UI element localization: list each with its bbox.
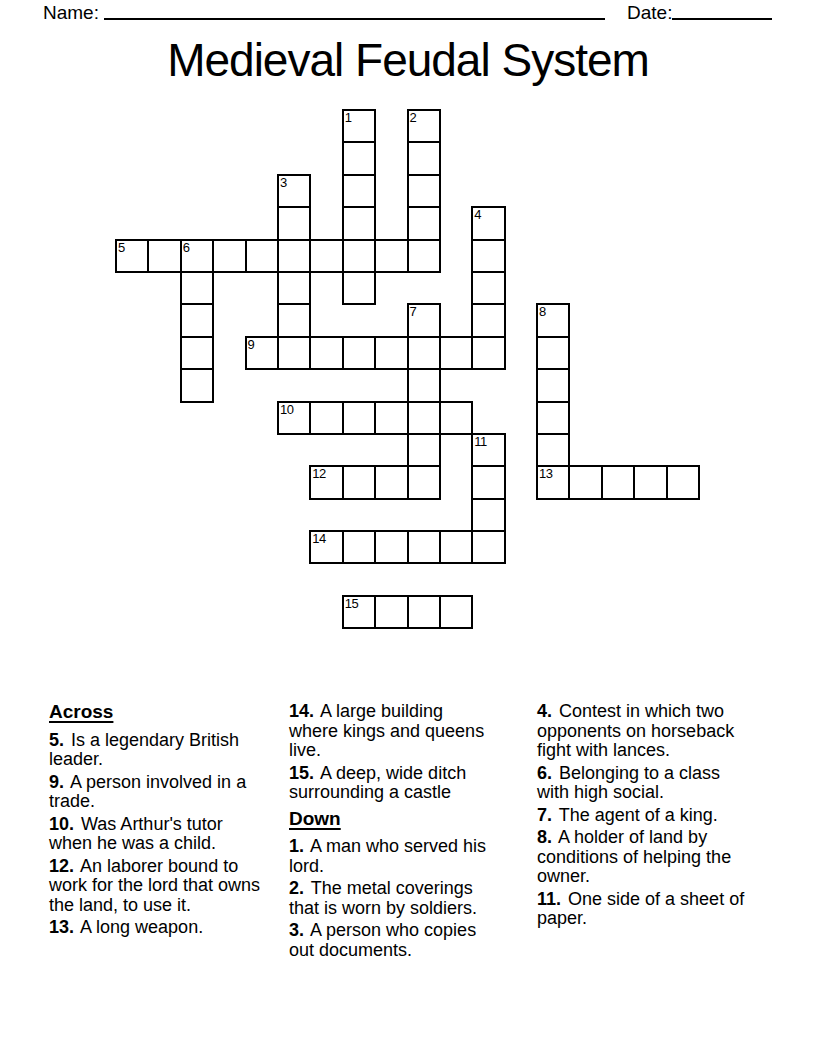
cell-r3c7[interactable]: [343, 207, 375, 239]
cell-r4c8[interactable]: [375, 240, 407, 272]
cell-r15c10[interactable]: [440, 596, 472, 628]
clue-down-2: 2. The metal coverings that is worn by s…: [289, 879, 495, 918]
cell-r13c11[interactable]: [472, 531, 504, 563]
clue-number: 4.: [537, 701, 552, 721]
cell-r4c6[interactable]: [310, 240, 342, 272]
cell-r6c5[interactable]: [278, 304, 310, 336]
cell-r2c7[interactable]: [343, 175, 375, 207]
cell-r7c10[interactable]: [440, 337, 472, 369]
clue-number: 12.: [49, 856, 74, 876]
clue-number: 1.: [289, 836, 304, 856]
cell-r5c11[interactable]: [472, 272, 504, 304]
cell-r8c9[interactable]: [408, 369, 440, 401]
cell-r4c11[interactable]: [472, 240, 504, 272]
cell-r3c9[interactable]: [408, 207, 440, 239]
clue-number: 11.: [537, 889, 561, 909]
clue-across-10: 10. Was Arthur's tutor when he was a chi…: [49, 815, 261, 854]
cell-number-9: 9: [248, 338, 255, 351]
cell-r6c2[interactable]: [181, 304, 213, 336]
cell-r4c1[interactable]: [148, 240, 180, 272]
cell-number-5: 5: [118, 241, 125, 254]
cell-r7c5[interactable]: [278, 337, 310, 369]
across-heading: Across: [49, 702, 261, 722]
cell-r3c5[interactable]: [278, 207, 310, 239]
cell-r5c5[interactable]: [278, 272, 310, 304]
cell-number-12: 12: [312, 467, 325, 480]
cell-r1c7[interactable]: [343, 142, 375, 174]
cell-r5c7[interactable]: [343, 272, 375, 304]
clue-number: 14.: [289, 701, 314, 721]
clue-across-14: 14. A large building where kings and que…: [289, 702, 495, 761]
cell-r1c9[interactable]: [408, 142, 440, 174]
cell-number-10: 10: [280, 403, 293, 416]
across-clues-group-2: 14. A large building where kings and que…: [289, 702, 495, 803]
clue-number: 8.: [537, 827, 552, 847]
clue-down-8: 8. A holder of land by conditions of hel…: [537, 828, 747, 887]
cell-r4c3[interactable]: [213, 240, 245, 272]
clue-down-1: 1. A man who served his lord.: [289, 837, 495, 876]
cell-r9c7[interactable]: [343, 402, 375, 434]
cell-r12c11[interactable]: [472, 499, 504, 531]
cell-r7c13[interactable]: [537, 337, 569, 369]
cell-r15c7[interactable]: 15: [343, 596, 375, 628]
clue-number: 7.: [537, 805, 552, 825]
cell-r4c5[interactable]: [278, 240, 310, 272]
cell-r4c7[interactable]: [343, 240, 375, 272]
cell-r11c9[interactable]: [408, 466, 440, 498]
cell-r11c6[interactable]: 12: [310, 466, 342, 498]
cell-r2c9[interactable]: [408, 175, 440, 207]
cell-r11c11[interactable]: [472, 466, 504, 498]
cell-r4c9[interactable]: [408, 240, 440, 272]
clue-number: 10.: [49, 814, 74, 834]
cell-r8c2[interactable]: [181, 369, 213, 401]
cell-r7c7[interactable]: [343, 337, 375, 369]
cell-r3c11[interactable]: 4: [472, 207, 504, 239]
cell-number-11: 11: [474, 435, 487, 448]
clue-number: 13.: [49, 917, 74, 937]
cell-r7c6[interactable]: [310, 337, 342, 369]
cell-r11c13[interactable]: 13: [537, 466, 569, 498]
cell-r7c2[interactable]: [181, 337, 213, 369]
cell-number-4: 4: [474, 208, 481, 221]
cell-r5c2[interactable]: [181, 272, 213, 304]
clue-down-7: 7. The agent of a king.: [537, 806, 747, 826]
cell-r7c9[interactable]: [408, 337, 440, 369]
cell-r11c14[interactable]: [569, 466, 601, 498]
cell-r11c7[interactable]: [343, 466, 375, 498]
clue-number: 3.: [289, 920, 304, 940]
clues-column-right: 4. Contest in which two opponents on hor…: [537, 702, 747, 932]
cell-r10c13[interactable]: [537, 434, 569, 466]
clue-number: 2.: [289, 878, 304, 898]
cell-number-13: 13: [539, 467, 552, 480]
cell-r11c8[interactable]: [375, 466, 407, 498]
cell-r10c9[interactable]: [408, 434, 440, 466]
cell-number-1: 1: [345, 111, 352, 124]
cell-r6c9[interactable]: 7: [408, 304, 440, 336]
worksheet-title: Medieval Feudal System: [0, 37, 816, 83]
down-clues-group-1: 1. A man who served his lord.2. The meta…: [289, 837, 495, 960]
clue-down-3: 3. A person who copies out documents.: [289, 921, 495, 960]
cell-r13c8[interactable]: [375, 531, 407, 563]
clue-number: 9.: [49, 772, 64, 792]
cell-r11c17[interactable]: [667, 466, 699, 498]
cell-r9c5[interactable]: 10: [278, 402, 310, 434]
down-heading: Down: [289, 809, 495, 829]
cell-r13c6[interactable]: 14: [310, 531, 342, 563]
down-clues-group-2: 4. Contest in which two opponents on hor…: [537, 702, 747, 929]
clue-across-13: 13. A long weapon.: [49, 918, 261, 938]
clues-column-middle: 14. A large building where kings and que…: [289, 702, 495, 963]
cell-r0c9[interactable]: 2: [408, 110, 440, 142]
cell-r9c10[interactable]: [440, 402, 472, 434]
cell-r10c11[interactable]: 11: [472, 434, 504, 466]
date-blank-line: [672, 0, 772, 20]
cell-r9c8[interactable]: [375, 402, 407, 434]
cell-r9c13[interactable]: [537, 402, 569, 434]
cell-number-2: 2: [410, 111, 417, 124]
cell-number-8: 8: [539, 305, 546, 318]
cell-r11c16[interactable]: [634, 466, 666, 498]
cell-r4c0[interactable]: 5: [116, 240, 148, 272]
cell-r9c6[interactable]: [310, 402, 342, 434]
clue-number: 6.: [537, 763, 552, 783]
cell-number-15: 15: [345, 597, 358, 610]
cell-r7c8[interactable]: [375, 337, 407, 369]
cell-r15c9[interactable]: [408, 596, 440, 628]
cell-r7c11[interactable]: [472, 337, 504, 369]
name-label: Name:: [43, 2, 99, 24]
cell-r8c13[interactable]: [537, 369, 569, 401]
across-clues-group-1: 5. Is a legendary British leader.9. A pe…: [49, 731, 261, 938]
clue-across-5: 5. Is a legendary British leader.: [49, 731, 261, 770]
crossword-grid: 123456789101112131415: [116, 110, 699, 628]
clues-column-left: Across 5. Is a legendary British leader.…: [49, 702, 261, 941]
cell-number-6: 6: [183, 241, 190, 254]
cell-r13c9[interactable]: [408, 531, 440, 563]
clue-number: 5.: [49, 730, 64, 750]
cell-number-7: 7: [410, 305, 417, 318]
date-label: Date:: [627, 2, 672, 24]
clue-down-6: 6. Belonging to a class with high social…: [537, 764, 747, 803]
clue-across-12: 12. An laborer bound to work for the lor…: [49, 857, 261, 916]
clue-across-9: 9. A person involved in a trade.: [49, 773, 261, 812]
cell-r15c8[interactable]: [375, 596, 407, 628]
cell-r6c11[interactable]: [472, 304, 504, 336]
clue-down-4: 4. Contest in which two opponents on hor…: [537, 702, 747, 761]
cell-number-14: 14: [312, 532, 325, 545]
name-blank-line: [104, 0, 605, 20]
cell-r4c2[interactable]: 6: [181, 240, 213, 272]
cell-r13c10[interactable]: [440, 531, 472, 563]
clue-across-15: 15. A deep, wide ditch surrounding a cas…: [289, 764, 495, 803]
cell-r13c7[interactable]: [343, 531, 375, 563]
cell-number-3: 3: [280, 176, 287, 189]
clue-number: 15.: [289, 763, 314, 783]
cell-r11c15[interactable]: [602, 466, 634, 498]
cell-r0c7[interactable]: 1: [343, 110, 375, 142]
cell-r7c4[interactable]: 9: [246, 337, 278, 369]
clue-down-11: 11. One side of a sheet of paper.: [537, 890, 747, 929]
cell-r9c9[interactable]: [408, 402, 440, 434]
cell-r2c5[interactable]: 3: [278, 175, 310, 207]
cell-r4c4[interactable]: [246, 240, 278, 272]
cell-r6c13[interactable]: 8: [537, 304, 569, 336]
